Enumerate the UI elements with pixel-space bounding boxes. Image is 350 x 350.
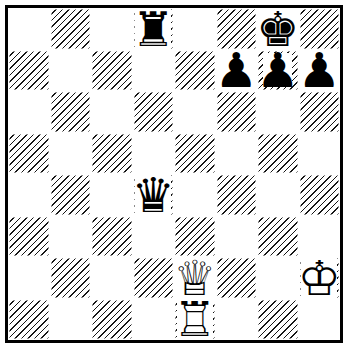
square-e6[interactable]	[174, 91, 216, 133]
square-h7[interactable]: ♟	[299, 50, 341, 92]
square-g1[interactable]	[257, 299, 299, 341]
square-b2[interactable]	[50, 257, 92, 299]
square-c8[interactable]	[91, 8, 133, 50]
square-e8[interactable]	[174, 8, 216, 50]
square-f6[interactable]	[216, 91, 258, 133]
square-h6[interactable]	[299, 91, 341, 133]
black-pawn: ♟	[305, 53, 334, 87]
square-e4[interactable]	[174, 174, 216, 216]
chess-board: ♜♚♟♟♟♛♕♔♖	[8, 8, 340, 340]
white-rook: ♖	[177, 299, 213, 339]
square-e5[interactable]	[174, 133, 216, 175]
black-queen: ♛	[135, 175, 171, 215]
square-b6[interactable]	[50, 91, 92, 133]
square-a6[interactable]	[8, 91, 50, 133]
square-c6[interactable]	[91, 91, 133, 133]
square-f1[interactable]	[216, 299, 258, 341]
square-d4[interactable]: ♛	[133, 174, 175, 216]
square-b4[interactable]	[50, 174, 92, 216]
square-a7[interactable]	[8, 50, 50, 92]
square-h2[interactable]: ♔	[299, 257, 341, 299]
square-c7[interactable]	[91, 50, 133, 92]
square-g4[interactable]	[257, 174, 299, 216]
square-f2[interactable]	[216, 257, 258, 299]
square-g3[interactable]	[257, 216, 299, 258]
square-b3[interactable]	[50, 216, 92, 258]
square-a5[interactable]	[8, 133, 50, 175]
white-king: ♔	[301, 258, 337, 298]
square-c2[interactable]	[91, 257, 133, 299]
square-d1[interactable]	[133, 299, 175, 341]
square-a2[interactable]	[8, 257, 50, 299]
square-b5[interactable]	[50, 133, 92, 175]
square-f4[interactable]	[216, 174, 258, 216]
square-g2[interactable]	[257, 257, 299, 299]
square-c4[interactable]	[91, 174, 133, 216]
square-h5[interactable]	[299, 133, 341, 175]
square-g7[interactable]: ♟	[257, 50, 299, 92]
square-g5[interactable]	[257, 133, 299, 175]
black-pawn: ♟	[222, 53, 251, 87]
square-f7[interactable]: ♟	[216, 50, 258, 92]
square-e7[interactable]	[174, 50, 216, 92]
square-h4[interactable]	[299, 174, 341, 216]
square-d7[interactable]	[133, 50, 175, 92]
square-f5[interactable]	[216, 133, 258, 175]
square-d2[interactable]	[133, 257, 175, 299]
chess-diagram-page: ♜♚♟♟♟♛♕♔♖	[0, 0, 350, 350]
square-c1[interactable]	[91, 299, 133, 341]
square-b1[interactable]	[50, 299, 92, 341]
square-e1[interactable]: ♖	[174, 299, 216, 341]
square-d3[interactable]	[133, 216, 175, 258]
chess-board-frame: ♜♚♟♟♟♛♕♔♖	[5, 5, 343, 343]
square-f3[interactable]	[216, 216, 258, 258]
square-g6[interactable]	[257, 91, 299, 133]
square-d8[interactable]: ♜	[133, 8, 175, 50]
square-h1[interactable]	[299, 299, 341, 341]
square-c3[interactable]	[91, 216, 133, 258]
square-a1[interactable]	[8, 299, 50, 341]
square-a8[interactable]	[8, 8, 50, 50]
black-rook: ♜	[135, 9, 171, 49]
square-b8[interactable]	[50, 8, 92, 50]
square-a3[interactable]	[8, 216, 50, 258]
square-b7[interactable]	[50, 50, 92, 92]
black-pawn: ♟	[263, 53, 292, 87]
square-c5[interactable]	[91, 133, 133, 175]
square-d6[interactable]	[133, 91, 175, 133]
square-a4[interactable]	[8, 174, 50, 216]
